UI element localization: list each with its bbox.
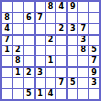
cell-r1c8-empty[interactable] — [78, 2, 88, 12]
cell-r6c6-empty[interactable] — [56, 56, 66, 66]
cell-r3c6-given[interactable]: 2 — [56, 24, 66, 34]
cell-r4c4-empty[interactable] — [35, 35, 45, 45]
cell-r3c2-empty[interactable] — [13, 24, 23, 34]
cell-r2c6-empty[interactable] — [56, 13, 66, 23]
cell-r2c9-empty[interactable] — [89, 13, 99, 23]
cell-r5c3-empty[interactable] — [24, 46, 34, 56]
cell-r4c7-empty[interactable] — [67, 35, 77, 45]
cell-r2c7-empty[interactable] — [67, 13, 77, 23]
cell-r9c4-given[interactable]: 1 — [35, 89, 45, 99]
cell-r1c9-empty[interactable] — [89, 2, 99, 12]
cell-r6c1-empty[interactable] — [2, 56, 12, 66]
cell-r4c8-given[interactable]: 3 — [78, 35, 88, 45]
cell-r9c3-given[interactable]: 5 — [24, 89, 34, 99]
cell-r5c7-empty[interactable] — [67, 46, 77, 56]
cell-r4c1-given[interactable]: 7 — [2, 35, 12, 45]
cell-r1c5-given[interactable]: 8 — [46, 2, 56, 12]
cell-r7c3-given[interactable]: 2 — [24, 67, 34, 77]
cell-r7c5-empty[interactable] — [46, 67, 56, 77]
cell-r1c7-given[interactable]: 9 — [67, 2, 77, 12]
cell-r9c8-empty[interactable] — [78, 89, 88, 99]
cell-r2c1-given[interactable]: 8 — [2, 13, 12, 23]
cell-r8c2-empty[interactable] — [13, 78, 23, 88]
cell-r5c5-empty[interactable] — [46, 46, 56, 56]
cell-r7c6-empty[interactable] — [56, 67, 66, 77]
cell-r7c7-empty[interactable] — [67, 67, 77, 77]
cell-r7c4-given[interactable]: 3 — [35, 67, 45, 77]
cell-r6c3-empty[interactable] — [24, 56, 34, 66]
cell-r9c1-empty[interactable] — [2, 89, 12, 99]
cell-r2c4-given[interactable]: 7 — [35, 13, 45, 23]
cell-r4c2-empty[interactable] — [13, 35, 23, 45]
cell-r4c9-empty[interactable] — [89, 35, 99, 45]
cell-r5c2-given[interactable]: 2 — [13, 46, 23, 56]
cell-r8c3-empty[interactable] — [24, 78, 34, 88]
cell-r5c1-given[interactable]: 1 — [2, 46, 12, 56]
cell-r8c1-empty[interactable] — [2, 78, 12, 88]
cell-r4c3-empty[interactable] — [24, 35, 34, 45]
cell-r7c9-given[interactable]: 9 — [89, 67, 99, 77]
cell-r1c4-empty[interactable] — [35, 2, 45, 12]
cell-r9c5-given[interactable]: 4 — [46, 89, 56, 99]
cell-r8c6-given[interactable]: 7 — [56, 78, 66, 88]
cell-r7c1-empty[interactable] — [2, 67, 12, 77]
cell-r8c4-empty[interactable] — [35, 78, 45, 88]
cell-r6c8-empty[interactable] — [78, 56, 88, 66]
cell-r2c2-empty[interactable] — [13, 13, 23, 23]
cell-r4c6-empty[interactable] — [56, 35, 66, 45]
cell-r3c8-given[interactable]: 7 — [78, 24, 88, 34]
cell-r3c9-empty[interactable] — [89, 24, 99, 34]
cell-r3c1-given[interactable]: 4 — [2, 24, 12, 34]
cell-r3c3-empty[interactable] — [24, 24, 34, 34]
cell-r4c5-given[interactable]: 2 — [46, 35, 56, 45]
cell-r3c5-empty[interactable] — [46, 24, 56, 34]
cell-r5c4-empty[interactable] — [35, 46, 45, 56]
cell-r2c5-empty[interactable] — [46, 13, 56, 23]
cell-r5c8-given[interactable]: 8 — [78, 46, 88, 56]
cell-r9c6-empty[interactable] — [56, 89, 66, 99]
cell-r5c9-given[interactable]: 5 — [89, 46, 99, 56]
cell-r8c5-empty[interactable] — [46, 78, 56, 88]
sudoku-board: 849867423772312858171239753514 — [0, 0, 101, 101]
cell-r6c4-empty[interactable] — [35, 56, 45, 66]
cell-r1c6-given[interactable]: 4 — [56, 2, 66, 12]
cell-r1c2-empty[interactable] — [13, 2, 23, 12]
cell-r1c3-empty[interactable] — [24, 2, 34, 12]
cell-r7c8-empty[interactable] — [78, 67, 88, 77]
cell-r9c2-empty[interactable] — [13, 89, 23, 99]
cell-r6c9-given[interactable]: 7 — [89, 56, 99, 66]
cell-r8c8-empty[interactable] — [78, 78, 88, 88]
cell-r8c9-given[interactable]: 3 — [89, 78, 99, 88]
cell-r6c2-given[interactable]: 8 — [13, 56, 23, 66]
cell-r8c7-given[interactable]: 5 — [67, 78, 77, 88]
cell-r6c7-empty[interactable] — [67, 56, 77, 66]
cell-r1c1-empty[interactable] — [2, 2, 12, 12]
cell-r6c5-given[interactable]: 1 — [46, 56, 56, 66]
cell-r5c6-empty[interactable] — [56, 46, 66, 56]
cell-r9c9-empty[interactable] — [89, 89, 99, 99]
cell-r3c7-given[interactable]: 3 — [67, 24, 77, 34]
cell-r2c8-empty[interactable] — [78, 13, 88, 23]
cell-r9c7-empty[interactable] — [67, 89, 77, 99]
cell-r7c2-given[interactable]: 1 — [13, 67, 23, 77]
cell-r3c4-empty[interactable] — [35, 24, 45, 34]
cell-r2c3-given[interactable]: 6 — [24, 13, 34, 23]
